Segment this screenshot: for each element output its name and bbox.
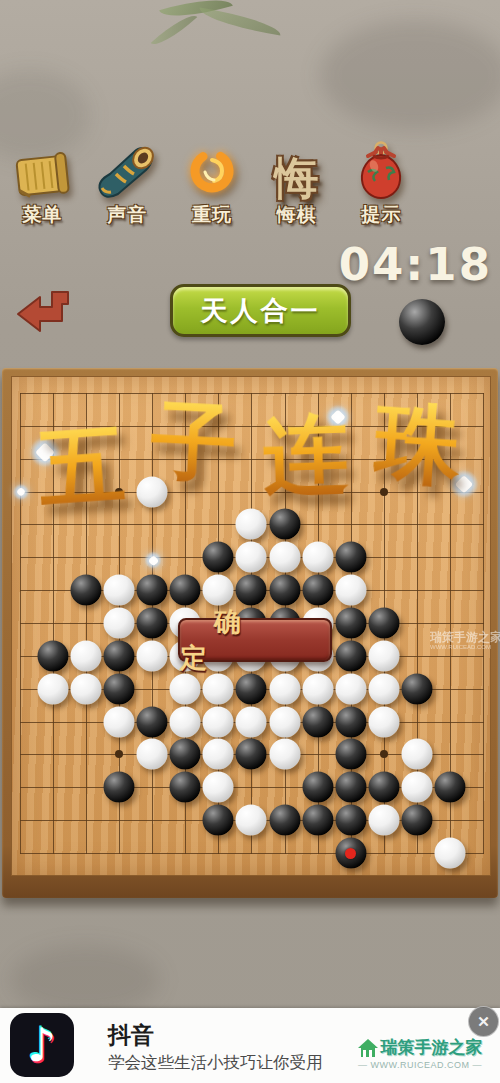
black-stone <box>170 772 201 803</box>
black-stone <box>203 542 234 573</box>
black-stone <box>302 575 333 606</box>
black-stone <box>137 608 168 639</box>
menu-button[interactable]: 菜单 <box>2 138 82 228</box>
sound-label: 声音 <box>107 202 147 228</box>
white-stone <box>71 673 102 704</box>
ad-banner[interactable]: ♪ ♪ ♪ 抖音 学会这些生活小技巧让你受用 ✕ 瑞策手游之家 — WWW.RU… <box>0 1008 500 1083</box>
mode-button-label: 天人合一 <box>201 293 321 329</box>
white-stone <box>302 673 333 704</box>
white-stone <box>203 706 234 737</box>
white-stone <box>170 673 201 704</box>
black-stone <box>368 608 399 639</box>
game-timer: 04:18 <box>339 238 492 291</box>
sound-button[interactable]: 声音 <box>87 138 167 228</box>
black-stone <box>335 706 366 737</box>
white-stone <box>71 640 102 671</box>
black-stone <box>104 772 135 803</box>
scroll-icon <box>13 138 71 200</box>
white-stone <box>368 673 399 704</box>
close-icon: ✕ <box>477 1013 490 1031</box>
white-stone <box>269 706 300 737</box>
site-watermark-name: 瑞策手游之家 <box>381 1036 483 1059</box>
white-stone <box>434 838 465 869</box>
white-stone <box>104 608 135 639</box>
white-stone <box>170 706 201 737</box>
white-stone <box>203 673 234 704</box>
back-arrow-button[interactable] <box>16 284 72 334</box>
black-stone <box>335 608 366 639</box>
game-screen: 菜单 声音 重玩 <box>0 0 500 1083</box>
black-stone <box>236 739 267 770</box>
black-stone <box>71 575 102 606</box>
black-stone <box>137 575 168 606</box>
white-stone <box>401 772 432 803</box>
white-stone <box>368 706 399 737</box>
replay-label: 重玩 <box>192 202 232 228</box>
black-stone <box>401 805 432 836</box>
black-stone <box>302 805 333 836</box>
white-stone <box>368 640 399 671</box>
hint-button[interactable]: 提示 <box>342 138 422 228</box>
sparkle-effect <box>30 437 60 467</box>
star-point <box>115 488 123 496</box>
ad-subtitle: 学会这些生活小技巧让你受用 <box>108 1052 323 1074</box>
sparkle-effect <box>326 405 350 429</box>
black-stone <box>269 509 300 540</box>
black-stone <box>236 575 267 606</box>
black-stone <box>104 673 135 704</box>
board-watermark-url: WWW.RUICEAD.COM <box>430 644 500 651</box>
black-stone <box>335 838 366 869</box>
white-stone <box>137 640 168 671</box>
confirm-button[interactable]: 确定 <box>178 618 332 662</box>
board-watermark: 瑞策手游之家 WWW.RUICEAD.COM <box>430 630 500 652</box>
turn-indicator-black-stone <box>399 299 445 345</box>
white-stone <box>203 772 234 803</box>
white-stone <box>368 805 399 836</box>
confirm-button-label: 确定 <box>180 604 330 676</box>
flame-swirl-icon <box>183 138 241 200</box>
hui-glyph: 悔 <box>275 156 319 200</box>
white-stone <box>104 575 135 606</box>
black-stone <box>335 542 366 573</box>
bamboo-leaf <box>197 8 282 36</box>
white-stone <box>104 706 135 737</box>
douyin-note-icon: ♪ <box>27 1022 56 1068</box>
white-stone <box>335 575 366 606</box>
ink-wash-decor <box>10 945 160 1015</box>
black-stone <box>335 805 366 836</box>
sparkle-effect <box>145 552 162 569</box>
white-stone <box>203 739 234 770</box>
toolbar: 菜单 声音 重玩 <box>0 138 424 228</box>
black-stone <box>302 772 333 803</box>
black-stone <box>368 772 399 803</box>
star-point <box>380 750 388 758</box>
undo-button[interactable]: 悔 悔棋 <box>257 138 337 228</box>
white-stone <box>335 673 366 704</box>
mode-button[interactable]: 天人合一 <box>170 284 351 337</box>
horn-icon <box>94 138 160 200</box>
white-stone <box>236 509 267 540</box>
board-watermark-name: 瑞策手游之家 <box>430 630 500 644</box>
black-stone <box>38 640 69 671</box>
replay-button[interactable]: 重玩 <box>172 138 252 228</box>
black-stone <box>434 772 465 803</box>
hui-character-icon: 悔 <box>275 138 319 200</box>
white-stone <box>137 739 168 770</box>
site-watermark: 瑞策手游之家 — WWW.RUICEAD.COM — <box>345 1036 495 1070</box>
ink-wash-decor <box>320 20 500 130</box>
site-watermark-url: — WWW.RUICEAD.COM — <box>345 1060 495 1070</box>
star-point <box>115 750 123 758</box>
red-pouch-icon <box>354 138 410 200</box>
white-stone <box>269 739 300 770</box>
black-stone <box>170 575 201 606</box>
black-stone <box>401 673 432 704</box>
white-stone <box>203 575 234 606</box>
black-stone <box>335 739 366 770</box>
white-stone <box>137 476 168 507</box>
white-stone <box>236 706 267 737</box>
white-stone <box>401 739 432 770</box>
black-stone <box>104 640 135 671</box>
white-stone <box>236 805 267 836</box>
house-icon <box>358 1039 378 1057</box>
black-stone <box>269 805 300 836</box>
sparkle-effect <box>13 484 29 500</box>
black-stone <box>137 706 168 737</box>
ad-close-button[interactable]: ✕ <box>468 1006 499 1037</box>
undo-label: 悔棋 <box>277 202 317 228</box>
white-stone <box>38 673 69 704</box>
menu-label: 菜单 <box>22 202 62 228</box>
sparkle-effect <box>450 470 478 498</box>
ad-app-name: 抖音 <box>108 1020 154 1051</box>
black-stone <box>203 805 234 836</box>
white-stone <box>236 542 267 573</box>
black-stone <box>335 772 366 803</box>
black-stone <box>335 640 366 671</box>
hint-label: 提示 <box>362 202 402 228</box>
douyin-app-icon[interactable]: ♪ ♪ ♪ <box>10 1013 74 1077</box>
black-stone <box>236 673 267 704</box>
last-move-marker <box>345 848 356 859</box>
white-stone <box>269 542 300 573</box>
black-stone <box>302 706 333 737</box>
white-stone <box>269 673 300 704</box>
white-stone <box>302 542 333 573</box>
star-point <box>380 488 388 496</box>
black-stone <box>170 739 201 770</box>
black-stone <box>269 575 300 606</box>
